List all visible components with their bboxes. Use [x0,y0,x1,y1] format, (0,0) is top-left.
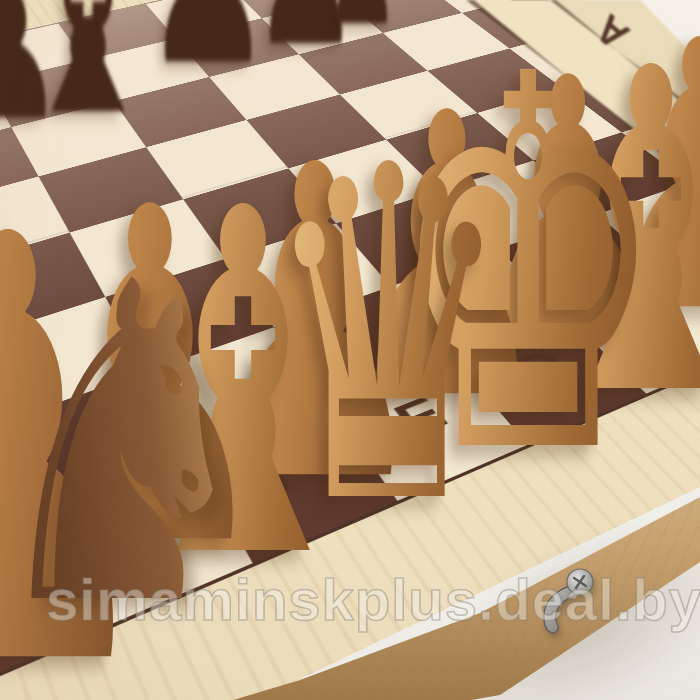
chess-photo-scene: HGFEDCBA A 8 ♝♟♟♟♟♟♝♟♚♟♛♟♝♟♞♟ simaminskp… [0,0,700,700]
watermark-text: simaminskplus.deal.by [46,566,700,633]
